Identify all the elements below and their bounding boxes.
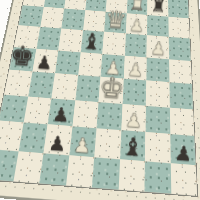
square-d3 [72, 100, 99, 128]
piece-black-bishop: ♝ [121, 133, 145, 160]
square-b5: ♟ [32, 48, 58, 73]
piece-white-pawn: ♟ [73, 134, 92, 155]
piece-white-pawn: ♟ [127, 60, 144, 79]
square-h5 [169, 59, 192, 84]
square-g4 [146, 80, 170, 107]
square-h3 [169, 107, 194, 136]
piece-white-pawn: ♟ [150, 39, 167, 58]
square-g3 [145, 105, 169, 134]
square-d1 [66, 155, 95, 188]
square-e7: ♛ [104, 11, 126, 33]
square-b6 [36, 27, 61, 50]
square-h7 [168, 16, 190, 38]
square-h8 [168, 0, 189, 18]
square-d5 [78, 52, 103, 77]
piece-black-bishop: ♝ [82, 29, 103, 52]
board-playing-area: ♜♜♛♟♝♟♚♟♟♟♚♟♟♟♟♝♟ [0, 0, 197, 196]
square-c6 [58, 28, 82, 51]
square-f3: ♟ [121, 104, 146, 133]
square-f7: ♟ [125, 13, 147, 35]
square-e6 [102, 32, 125, 56]
square-h4 [169, 82, 193, 109]
square-c7 [61, 8, 85, 30]
piece-white-pawn: ♟ [125, 110, 144, 130]
square-e1 [92, 157, 120, 190]
chess-board: ♜♜♛♟♝♟♚♟♟♟♚♟♟♟♟♝♟ [0, 0, 200, 200]
square-c3: ♟ [48, 98, 75, 126]
piece-black-pawn: ♟ [174, 142, 193, 163]
square-d2: ♟ [69, 126, 97, 156]
square-c5 [55, 50, 80, 75]
square-c2: ♟ [44, 124, 72, 154]
square-c1 [39, 153, 69, 186]
piece-black-rook: ♜ [150, 0, 167, 15]
piece-white-pawn: ♟ [129, 16, 145, 34]
square-g7 [147, 15, 168, 37]
square-b2 [18, 122, 47, 152]
square-b7 [40, 6, 64, 28]
board-perspective-scene: ♜♜♛♟♝♟♚♟♟♟♚♟♟♟♟♝♟ [0, 0, 200, 200]
square-d4 [75, 75, 101, 102]
square-f2: ♝ [120, 130, 146, 161]
square-h1 [170, 163, 197, 196]
square-g8: ♜ [147, 0, 168, 16]
square-f8: ♜ [126, 0, 147, 15]
square-g1 [144, 161, 170, 194]
piece-black-pawn: ♟ [36, 53, 53, 72]
piece-white-rook: ♜ [129, 0, 146, 14]
square-e3 [96, 102, 122, 130]
square-e2 [94, 128, 121, 159]
photo-backdrop: ♜♜♛♟♝♟♚♟♟♟♚♟♟♟♟♝♟ [0, 0, 200, 200]
square-f1 [118, 159, 145, 192]
piece-black-pawn: ♟ [47, 132, 66, 153]
square-f4 [122, 79, 146, 106]
square-c4 [51, 73, 77, 100]
square-e4: ♚ [99, 77, 124, 104]
square-d6: ♝ [80, 30, 104, 53]
square-h2: ♟ [170, 134, 196, 165]
square-f5: ♟ [123, 55, 146, 80]
piece-black-pawn: ♟ [51, 104, 70, 124]
piece-white-queen: ♛ [104, 8, 127, 33]
piece-white-king: ♚ [98, 73, 125, 103]
square-a5: ♚ [9, 47, 36, 72]
square-h6 [168, 37, 190, 61]
square-f6 [124, 34, 146, 58]
square-g6: ♟ [147, 35, 169, 59]
piece-black-king: ♚ [9, 42, 35, 71]
square-g5 [146, 57, 169, 82]
square-g2 [145, 132, 170, 163]
